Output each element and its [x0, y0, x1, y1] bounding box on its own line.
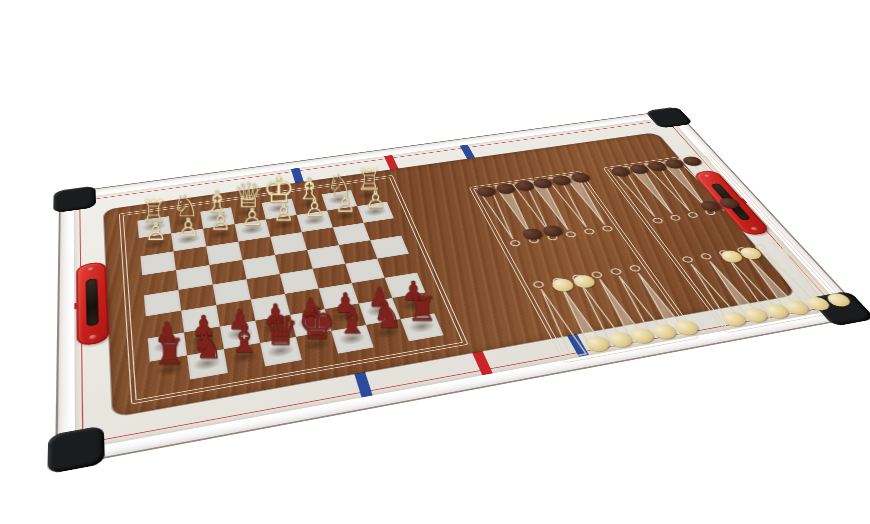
maroon-chess-piece-r[interactable]: ♜ [153, 333, 185, 369]
maroon-chess-piece-n[interactable]: ♞ [191, 327, 223, 363]
handle-screw-hole [704, 174, 712, 178]
product-photo-scene: ♖♘♗♕♔♗♘♖♙♙♙♙♙♙♙♙♟♟♟♟♟♟♟♟♜♞♝♛♚♝♞♜ [0, 0, 870, 524]
maroon-chess-piece-b[interactable]: ♝ [228, 321, 260, 357]
maroon-chess-piece-r[interactable]: ♜ [407, 292, 438, 326]
game-board[interactable]: ♖♘♗♕♔♗♘♖♙♙♙♙♙♙♙♙♟♟♟♟♟♟♟♟♜♞♝♛♚♝♞♜ [55, 109, 867, 467]
handle-screw-hole [750, 226, 759, 231]
maroon-chess-piece-q[interactable]: ♛ [263, 310, 300, 351]
maroon-chess-piece-n[interactable]: ♞ [372, 297, 403, 332]
light-backgammon-checker[interactable] [570, 274, 597, 290]
maroon-chess-piece-k[interactable]: ♚ [298, 302, 336, 345]
backgammon-points-top[interactable] [475, 174, 620, 250]
maroon-chess-piece-b[interactable]: ♝ [337, 303, 368, 338]
